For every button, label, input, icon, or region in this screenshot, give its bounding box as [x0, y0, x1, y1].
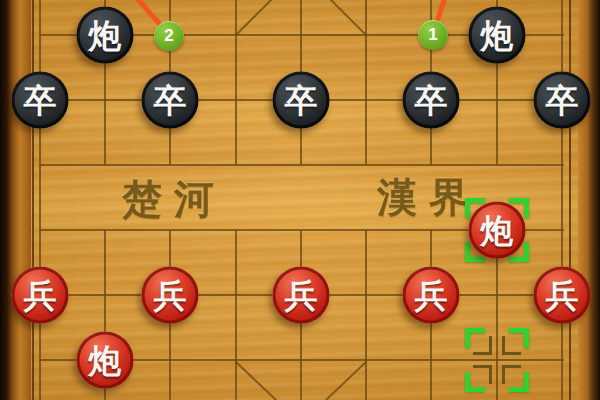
black-pawn[interactable]: 卒: [534, 72, 591, 129]
red-palace-diagonal: [236, 362, 276, 400]
grid-line: [365, 0, 367, 165]
piece-glyph: 兵: [154, 278, 187, 312]
piece-glyph: 卒: [415, 83, 448, 117]
piece-glyph: 炮: [481, 18, 514, 52]
grid-line: [235, 0, 237, 165]
river-label-chu-he: 楚河: [122, 172, 226, 227]
grid-line: [561, 0, 563, 400]
board-frame-right: [578, 0, 600, 400]
red-pawn[interactable]: 兵: [403, 267, 460, 324]
piece-glyph: 兵: [546, 278, 579, 312]
black-pawn[interactable]: 卒: [142, 72, 199, 129]
red-cannon-selected[interactable]: 炮: [469, 202, 526, 259]
black-pawn[interactable]: 卒: [12, 72, 69, 129]
grid-line: [40, 164, 564, 166]
red-pawn[interactable]: 兵: [534, 267, 591, 324]
piece-glyph: 兵: [285, 278, 318, 312]
red-pawn[interactable]: 兵: [273, 267, 330, 324]
black-palace-diagonal: [236, 0, 271, 35]
piece-glyph: 卒: [24, 83, 57, 117]
piece-glyph: 卒: [154, 83, 187, 117]
black-pawn[interactable]: 卒: [403, 72, 460, 129]
black-pawn[interactable]: 卒: [273, 72, 330, 129]
grid-line: [235, 230, 237, 400]
piece-glyph: 炮: [89, 343, 122, 377]
red-pawn[interactable]: 兵: [142, 267, 199, 324]
board-border-line: [569, 0, 571, 400]
black-cannon[interactable]: 炮: [469, 7, 526, 64]
piece-glyph: 卒: [546, 83, 579, 117]
piece-glyph: 兵: [24, 278, 57, 312]
piece-glyph: 炮: [89, 18, 122, 52]
xiangqi-board[interactable]: 楚河 漢界 炮炮卒卒卒卒卒炮兵兵兵兵兵炮 12: [0, 0, 600, 400]
grid-line: [365, 230, 367, 400]
piece-glyph: 卒: [285, 83, 318, 117]
black-cannon[interactable]: 炮: [77, 7, 134, 64]
board-border-line: [32, 0, 34, 400]
red-cannon[interactable]: 炮: [77, 332, 134, 389]
river-label-han-jie: 漢界: [377, 170, 481, 225]
hint-badge-1[interactable]: 1: [418, 20, 448, 50]
black-palace-diagonal: [331, 0, 366, 35]
piece-glyph: 炮: [481, 213, 514, 247]
grid-line: [39, 0, 41, 400]
hint-badge-2[interactable]: 2: [154, 21, 184, 51]
board-frame-left: [0, 0, 31, 400]
piece-glyph: 兵: [415, 278, 448, 312]
red-pawn[interactable]: 兵: [12, 267, 69, 324]
red-palace-diagonal: [326, 362, 366, 400]
